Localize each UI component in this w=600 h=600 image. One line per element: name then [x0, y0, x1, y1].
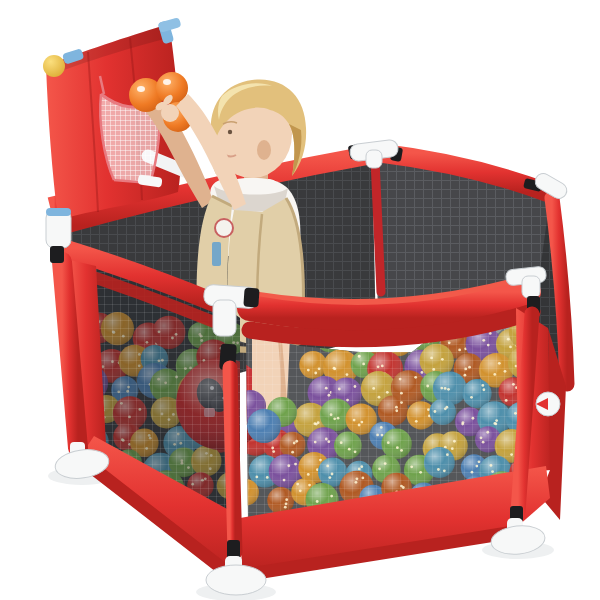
vest-badge	[215, 219, 233, 237]
center-front-post	[230, 368, 235, 552]
product-photo	[0, 0, 600, 600]
child-ear	[257, 140, 271, 160]
child-eye	[228, 130, 232, 134]
back-apex-post	[375, 160, 381, 292]
vest-blue-tag	[212, 242, 221, 266]
playpen-scene	[0, 0, 600, 600]
yellow-ball-cap	[43, 55, 65, 77]
